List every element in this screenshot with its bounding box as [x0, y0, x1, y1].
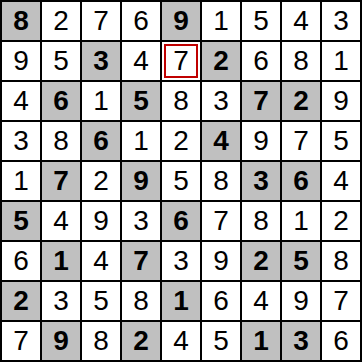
cell-r3c6[interactable]: 3 [202, 82, 240, 120]
cell-r5c6[interactable]: 8 [202, 162, 240, 200]
cell-r4c1[interactable]: 3 [2, 122, 40, 160]
cell-r7c2[interactable]: 1 [42, 242, 80, 280]
cell-r1c6[interactable]: 1 [202, 2, 240, 40]
cell-r2c6[interactable]: 2 [202, 42, 240, 80]
cell-r8c4[interactable]: 8 [122, 282, 160, 320]
cell-r4c4[interactable]: 1 [122, 122, 160, 160]
cell-r9c6[interactable]: 5 [202, 322, 240, 360]
box-r1c1: 827953461 [2, 2, 120, 120]
cell-r2c1[interactable]: 9 [2, 42, 40, 80]
cell-r1c9[interactable]: 3 [322, 2, 360, 40]
cell-r8c9[interactable]: 7 [322, 282, 360, 320]
cell-r6c5[interactable]: 6 [162, 202, 200, 240]
cell-r1c3[interactable]: 7 [82, 2, 120, 40]
cell-r7c4[interactable]: 7 [122, 242, 160, 280]
cell-r9c7[interactable]: 1 [242, 322, 280, 360]
cell-r5c4[interactable]: 9 [122, 162, 160, 200]
cell-r2c4[interactable]: 4 [122, 42, 160, 80]
cell-r3c2[interactable]: 6 [42, 82, 80, 120]
box-r3c2: 739816245 [122, 242, 240, 360]
cell-r4c2[interactable]: 8 [42, 122, 80, 160]
cell-r5c5[interactable]: 5 [162, 162, 200, 200]
cell-r5c2[interactable]: 7 [42, 162, 80, 200]
cell-r6c6[interactable]: 7 [202, 202, 240, 240]
cell-r8c2[interactable]: 3 [42, 282, 80, 320]
cell-r3c9[interactable]: 9 [322, 82, 360, 120]
cell-r9c3[interactable]: 8 [82, 322, 120, 360]
cell-r7c9[interactable]: 8 [322, 242, 360, 280]
cell-r4c9[interactable]: 5 [322, 122, 360, 160]
cell-r7c5[interactable]: 3 [162, 242, 200, 280]
cell-r3c1[interactable]: 4 [2, 82, 40, 120]
cell-r9c2[interactable]: 9 [42, 322, 80, 360]
cell-r2c9[interactable]: 1 [322, 42, 360, 80]
cell-r8c5[interactable]: 1 [162, 282, 200, 320]
cell-r7c6[interactable]: 9 [202, 242, 240, 280]
box-r2c2: 124958367 [122, 122, 240, 240]
cell-r4c6[interactable]: 4 [202, 122, 240, 160]
cell-r9c5[interactable]: 4 [162, 322, 200, 360]
cell-r8c1[interactable]: 2 [2, 282, 40, 320]
box-r2c1: 386172549 [2, 122, 120, 240]
cell-r2c7[interactable]: 6 [242, 42, 280, 80]
cell-r6c7[interactable]: 8 [242, 202, 280, 240]
cell-r3c3[interactable]: 1 [82, 82, 120, 120]
cell-r5c7[interactable]: 3 [242, 162, 280, 200]
cell-r7c3[interactable]: 4 [82, 242, 120, 280]
cell-r8c7[interactable]: 4 [242, 282, 280, 320]
cell-r4c5[interactable]: 2 [162, 122, 200, 160]
cell-r3c4[interactable]: 5 [122, 82, 160, 120]
cell-r7c7[interactable]: 2 [242, 242, 280, 280]
cell-r6c4[interactable]: 3 [122, 202, 160, 240]
cell-r5c3[interactable]: 2 [82, 162, 120, 200]
cell-r1c5[interactable]: 9 [162, 2, 200, 40]
box-r3c1: 614235798 [2, 242, 120, 360]
cell-r6c2[interactable]: 4 [42, 202, 80, 240]
cell-r5c9[interactable]: 4 [322, 162, 360, 200]
cell-r5c8[interactable]: 6 [282, 162, 320, 200]
cell-r9c4[interactable]: 2 [122, 322, 160, 360]
cell-r8c6[interactable]: 6 [202, 282, 240, 320]
box-r3c3: 258497136 [242, 242, 360, 360]
cell-r6c1[interactable]: 5 [2, 202, 40, 240]
cell-r9c8[interactable]: 3 [282, 322, 320, 360]
cell-r4c3[interactable]: 6 [82, 122, 120, 160]
cell-r3c7[interactable]: 7 [242, 82, 280, 120]
cell-r2c2[interactable]: 5 [42, 42, 80, 80]
cell-r9c1[interactable]: 7 [2, 322, 40, 360]
cell-r2c3[interactable]: 3 [82, 42, 120, 80]
cell-r9c9[interactable]: 6 [322, 322, 360, 360]
cell-r1c1[interactable]: 8 [2, 2, 40, 40]
box-r1c3: 543681729 [242, 2, 360, 120]
cell-r5c1[interactable]: 1 [2, 162, 40, 200]
box-r2c3: 975364812 [242, 122, 360, 240]
cell-r1c2[interactable]: 2 [42, 2, 80, 40]
cell-r2c5[interactable]: 7 [162, 42, 200, 80]
box-r1c2: 691472583 [122, 2, 240, 120]
cell-r4c7[interactable]: 9 [242, 122, 280, 160]
cell-r8c3[interactable]: 5 [82, 282, 120, 320]
cell-r1c4[interactable]: 6 [122, 2, 160, 40]
cell-r3c8[interactable]: 2 [282, 82, 320, 120]
cell-r7c1[interactable]: 6 [2, 242, 40, 280]
cell-r6c3[interactable]: 9 [82, 202, 120, 240]
cell-r8c8[interactable]: 9 [282, 282, 320, 320]
cell-r7c8[interactable]: 5 [282, 242, 320, 280]
cell-r4c8[interactable]: 7 [282, 122, 320, 160]
cell-r3c5[interactable]: 8 [162, 82, 200, 120]
cell-r6c8[interactable]: 1 [282, 202, 320, 240]
cell-r6c9[interactable]: 2 [322, 202, 360, 240]
cell-r1c8[interactable]: 4 [282, 2, 320, 40]
cell-r2c8[interactable]: 8 [282, 42, 320, 80]
sudoku-board: 8279534616914725835436817293861725491249… [0, 0, 362, 362]
cell-r1c7[interactable]: 5 [242, 2, 280, 40]
